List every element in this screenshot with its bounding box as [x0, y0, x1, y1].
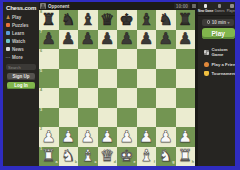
piece-black-rook[interactable]: ♜ — [176, 10, 196, 30]
square-a3[interactable]: 3 — [39, 108, 59, 128]
option-tournaments[interactable]: Tournaments — [204, 71, 238, 76]
square-g5[interactable] — [156, 69, 176, 89]
square-d5[interactable] — [98, 69, 118, 89]
piece-black-knight[interactable]: ♞ — [59, 10, 79, 30]
sign-up-button[interactable]: Sign Up — [7, 73, 35, 80]
square-d3[interactable] — [98, 108, 118, 128]
sidebar-item-label: Play — [12, 15, 21, 20]
square-e8[interactable]: ♚ — [117, 10, 137, 30]
square-f7[interactable]: ♟ — [137, 30, 157, 50]
piece-black-pawn[interactable]: ♟ — [78, 30, 98, 50]
option-custom-game[interactable]: Custom Game — [204, 47, 238, 57]
piece-black-bishop[interactable]: ♝ — [78, 10, 98, 30]
piece-white-pawn[interactable]: ♟ — [59, 127, 79, 147]
piece-black-pawn[interactable]: ♟ — [176, 30, 196, 50]
piece-white-pawn[interactable]: ♟ — [39, 127, 59, 147]
piece-white-king[interactable]: ♚ — [117, 147, 137, 167]
square-d2[interactable]: ♟ — [98, 127, 118, 147]
square-c6[interactable] — [78, 49, 98, 69]
panel-tabs: New GameGamesPlayers — [198, 3, 238, 16]
piece-white-bishop[interactable]: ♝ — [137, 147, 157, 167]
square-e6[interactable] — [117, 49, 137, 69]
piece-white-queen[interactable]: ♛ — [98, 147, 118, 167]
square-e5[interactable] — [117, 69, 137, 89]
piece-black-rook[interactable]: ♜ — [39, 10, 59, 30]
piece-black-pawn[interactable]: ♟ — [59, 30, 79, 50]
play-button[interactable]: Play — [202, 28, 235, 39]
sidebar-nav: ♟PlayPuzzlesLearnWatchNews⋯More — [3, 13, 39, 61]
square-c5[interactable] — [78, 69, 98, 89]
piece-black-pawn[interactable]: ♟ — [137, 30, 157, 50]
news-icon — [6, 47, 10, 51]
sidebar-item-label: More — [12, 55, 23, 60]
game-area: Opponent 10:00 8♜♞♝♛♚♝♞♜7♟♟♟♟♟♟♟♟65432♟♟… — [39, 2, 198, 166]
square-a7[interactable]: 7♟ — [39, 30, 59, 50]
sidebar-item-play[interactable]: ♟Play — [3, 13, 39, 21]
sidebar-item-watch[interactable]: Watch — [3, 37, 39, 45]
sidebar-item-label: Learn — [12, 31, 24, 36]
square-g3[interactable] — [156, 108, 176, 128]
piece-white-rook[interactable]: ♜ — [39, 147, 59, 167]
square-f8[interactable]: ♝ — [137, 10, 157, 30]
tab-icon — [218, 4, 222, 8]
tab-icon — [204, 4, 208, 8]
piece-white-rook[interactable]: ♜ — [176, 147, 196, 167]
square-d6[interactable] — [98, 49, 118, 69]
piece-white-pawn[interactable]: ♟ — [137, 127, 157, 147]
chess-board: 8♜♞♝♛♚♝♞♜7♟♟♟♟♟♟♟♟65432♟♟♟♟♟♟♟♟1a♜b♞c♝d♛… — [39, 10, 195, 166]
panel-options: Custom GamePlay a FriendTournaments — [198, 47, 238, 76]
log-in-button[interactable]: Log In — [7, 82, 35, 89]
piece-black-queen[interactable]: ♛ — [98, 10, 118, 30]
trophy-icon — [204, 71, 209, 76]
square-e1[interactable]: e♚ — [117, 147, 137, 167]
square-d7[interactable]: ♟ — [98, 30, 118, 50]
sidebar-item-label: Puzzles — [12, 23, 29, 28]
square-h8[interactable]: ♜ — [176, 10, 196, 30]
square-b3[interactable] — [59, 108, 79, 128]
option-label: Custom Game — [212, 47, 239, 57]
time-control-select[interactable]: 10 min ▾ — [202, 19, 234, 26]
square-b4[interactable] — [59, 88, 79, 108]
tab-players[interactable]: Players — [226, 4, 239, 13]
piece-black-pawn[interactable]: ♟ — [98, 30, 118, 50]
avatar-body — [41, 6, 46, 9]
piece-black-pawn[interactable]: ♟ — [39, 30, 59, 50]
new-game-panel: New GameGamesPlayers 10 min ▾ Play Custo… — [198, 2, 238, 166]
time-control-value: 10 min — [212, 20, 226, 25]
square-a8[interactable]: 8♜ — [39, 10, 59, 30]
option-label: Play a Friend — [212, 62, 239, 67]
chesscom-logo[interactable]: Chess.com — [3, 4, 39, 13]
square-e2[interactable]: ♟ — [117, 127, 137, 147]
tab-new-game[interactable]: New Game — [198, 4, 213, 13]
square-b2[interactable]: ♟ — [59, 127, 79, 147]
chesscom-window: Chess.com ♟PlayPuzzlesLearnWatchNews⋯Mor… — [0, 0, 240, 170]
square-f6[interactable] — [137, 49, 157, 69]
rank-label: 5 — [40, 70, 42, 74]
piece-white-pawn[interactable]: ♟ — [78, 127, 98, 147]
square-b1[interactable]: b♞ — [59, 147, 79, 167]
square-d4[interactable] — [98, 88, 118, 108]
sidebar-item-news[interactable]: News — [3, 45, 39, 53]
handshake-icon — [204, 62, 209, 67]
piece-black-king[interactable]: ♚ — [117, 10, 137, 30]
square-e7[interactable]: ♟ — [117, 30, 137, 50]
custom-game-icon — [204, 50, 209, 55]
square-h6[interactable] — [176, 49, 196, 69]
tab-label: Games — [215, 9, 225, 13]
square-d8[interactable]: ♛ — [98, 10, 118, 30]
piece-white-knight[interactable]: ♞ — [156, 147, 176, 167]
square-h4[interactable] — [176, 88, 196, 108]
square-f2[interactable]: ♟ — [137, 127, 157, 147]
rank-label: 3 — [40, 109, 42, 113]
square-h3[interactable] — [176, 108, 196, 128]
opponent-clock: 10:00 — [174, 3, 190, 9]
sidebar-item-more[interactable]: ⋯More — [3, 53, 39, 61]
option-play-a-friend[interactable]: Play a Friend — [204, 62, 238, 67]
piece-white-knight[interactable]: ♞ — [59, 147, 79, 167]
square-c4[interactable] — [78, 88, 98, 108]
piece-black-pawn[interactable]: ♟ — [117, 30, 137, 50]
square-c7[interactable]: ♟ — [78, 30, 98, 50]
sidebar: Chess.com ♟PlayPuzzlesLearnWatchNews⋯Mor… — [3, 2, 39, 166]
sidebar-item-learn[interactable]: Learn — [3, 29, 39, 37]
chevron-down-icon: ▾ — [227, 20, 229, 25]
piece-white-pawn[interactable]: ♟ — [98, 127, 118, 147]
square-a4[interactable]: 4 — [39, 88, 59, 108]
piece-black-pawn[interactable]: ♟ — [156, 30, 176, 50]
sidebar-item-label: Watch — [12, 39, 25, 44]
square-g8[interactable]: ♞ — [156, 10, 176, 30]
option-label: Tournaments — [212, 71, 239, 76]
square-a6[interactable]: 6 — [39, 49, 59, 69]
square-b6[interactable] — [59, 49, 79, 69]
square-g7[interactable]: ♟ — [156, 30, 176, 50]
opponent-player-bar: Opponent 10:00 — [39, 2, 198, 10]
search-input[interactable] — [6, 64, 36, 70]
square-c3[interactable] — [78, 108, 98, 128]
square-h7[interactable]: ♟ — [176, 30, 196, 50]
tab-icon — [230, 4, 234, 8]
square-h1[interactable]: h♜ — [176, 147, 196, 167]
square-e4[interactable] — [117, 88, 137, 108]
square-b5[interactable] — [59, 69, 79, 89]
square-a2[interactable]: 2♟ — [39, 127, 59, 147]
sidebar-item-label: News — [12, 47, 24, 52]
rank-label: 4 — [40, 89, 42, 93]
learn-icon — [6, 31, 10, 35]
square-e3[interactable] — [117, 108, 137, 128]
puzzle-icon — [6, 23, 10, 27]
piece-white-bishop[interactable]: ♝ — [78, 147, 98, 167]
pawn-icon: ♟ — [6, 15, 10, 19]
square-a5[interactable]: 5 — [39, 69, 59, 89]
opponent-avatar — [40, 3, 46, 9]
tab-label: Players — [227, 9, 238, 13]
tab-games[interactable]: Games — [213, 4, 226, 13]
square-f1[interactable]: f♝ — [137, 147, 157, 167]
clock-icon — [207, 20, 210, 23]
piece-white-pawn[interactable]: ♟ — [117, 127, 137, 147]
piece-white-pawn[interactable]: ♟ — [176, 127, 196, 147]
square-c2[interactable]: ♟ — [78, 127, 98, 147]
more-icon: ⋯ — [6, 55, 10, 59]
square-f3[interactable] — [137, 108, 157, 128]
square-f4[interactable] — [137, 88, 157, 108]
square-c8[interactable]: ♝ — [78, 10, 98, 30]
square-b7[interactable]: ♟ — [59, 30, 79, 50]
square-h5[interactable] — [176, 69, 196, 89]
square-c1[interactable]: c♝ — [78, 147, 98, 167]
square-f5[interactable] — [137, 69, 157, 89]
rank-label: 6 — [40, 50, 42, 54]
opponent-name: Opponent — [48, 4, 69, 9]
sidebar-item-puzzles[interactable]: Puzzles — [3, 21, 39, 29]
square-h2[interactable]: ♟ — [176, 127, 196, 147]
square-b8[interactable]: ♞ — [59, 10, 79, 30]
square-a1[interactable]: 1a♜ — [39, 147, 59, 167]
piece-black-bishop[interactable]: ♝ — [137, 10, 157, 30]
square-g6[interactable] — [156, 49, 176, 69]
piece-white-pawn[interactable]: ♟ — [156, 127, 176, 147]
board-settings-icon[interactable] — [192, 4, 196, 7]
square-g2[interactable]: ♟ — [156, 127, 176, 147]
watch-icon — [6, 39, 10, 43]
tab-label: New Game — [198, 9, 213, 13]
square-d1[interactable]: d♛ — [98, 147, 118, 167]
square-g4[interactable] — [156, 88, 176, 108]
square-g1[interactable]: g♞ — [156, 147, 176, 167]
piece-black-knight[interactable]: ♞ — [156, 10, 176, 30]
